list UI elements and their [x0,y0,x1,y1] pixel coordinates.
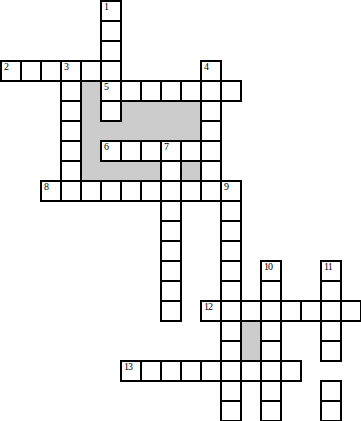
grid-cell-r7-c5[interactable]: 6 [100,140,122,162]
grid-cell-r5-c3[interactable] [60,100,82,122]
grid-cell-r18-c14[interactable] [280,360,302,382]
clue-number-5: 5 [104,82,108,92]
grid-cell-r9-c2[interactable]: 8 [40,180,62,202]
grid-cell-r17-c16[interactable] [320,340,342,362]
grid-cell-r7-c6[interactable] [120,140,142,162]
grid-cell-r7-c8[interactable]: 7 [160,140,182,162]
clue-number-3: 3 [64,62,68,72]
grid-cell-r15-c14[interactable] [280,300,302,322]
grid-cell-r18-c8[interactable] [160,360,182,382]
shaded-filler-cell [160,120,182,142]
grid-cell-r7-c3[interactable] [60,140,82,162]
grid-cell-r9-c6[interactable] [120,180,142,202]
grid-cell-r9-c10[interactable] [200,180,222,202]
grid-cell-r19-c16[interactable] [320,380,342,402]
grid-cell-r13-c8[interactable] [160,260,182,282]
grid-cell-r7-c10[interactable] [200,140,222,162]
shaded-filler-cell [80,80,102,102]
grid-cell-r5-c10[interactable] [200,100,222,122]
clue-number-7: 7 [164,142,168,152]
grid-cell-r15-c13[interactable] [260,300,282,322]
grid-cell-r15-c10[interactable]: 12 [200,300,222,322]
grid-cell-r8-c3[interactable] [60,160,82,182]
grid-cell-r16-c11[interactable] [220,320,242,342]
grid-cell-r4-c10[interactable] [200,80,222,102]
grid-cell-r13-c13[interactable]: 10 [260,260,282,282]
grid-cell-r11-c8[interactable] [160,220,182,242]
grid-cell-r15-c17[interactable] [340,300,361,322]
grid-cell-r9-c9[interactable] [180,180,202,202]
grid-cell-r4-c8[interactable] [160,80,182,102]
grid-cell-r20-c13[interactable] [260,400,282,421]
grid-cell-r8-c8[interactable] [160,160,182,182]
grid-cell-r20-c11[interactable] [220,400,242,421]
grid-cell-r9-c5[interactable] [100,180,122,202]
crossword-board: 12345678910111213 [0,0,361,421]
grid-cell-r6-c10[interactable] [200,120,222,142]
grid-cell-r15-c15[interactable] [300,300,322,322]
grid-cell-r20-c16[interactable] [320,400,342,421]
grid-cell-r4-c7[interactable] [140,80,162,102]
grid-cell-r18-c13[interactable] [260,360,282,382]
shaded-filler-cell [120,100,142,122]
shaded-filler-cell [100,160,122,182]
grid-cell-r18-c10[interactable] [200,360,222,382]
grid-cell-r18-c7[interactable] [140,360,162,382]
shaded-filler-cell [120,160,142,182]
grid-cell-r14-c16[interactable] [320,280,342,302]
clue-number-1: 1 [104,2,108,12]
grid-cell-r8-c10[interactable] [200,160,222,182]
grid-cell-r3-c4[interactable] [80,60,102,82]
shaded-filler-cell [180,120,202,142]
grid-cell-r18-c9[interactable] [180,360,202,382]
grid-cell-r9-c11[interactable]: 9 [220,180,242,202]
grid-cell-r7-c9[interactable] [180,140,202,162]
shaded-filler-cell [180,160,202,182]
grid-cell-r19-c11[interactable] [220,380,242,402]
shaded-filler-cell [180,100,202,122]
clue-number-2: 2 [4,62,8,72]
clue-number-8: 8 [44,182,48,192]
grid-cell-r3-c1[interactable] [20,60,42,82]
grid-cell-r4-c3[interactable] [60,80,82,102]
grid-cell-r14-c13[interactable] [260,280,282,302]
shaded-filler-cell [100,120,122,142]
clue-number-11: 11 [324,262,332,272]
grid-cell-r13-c16[interactable]: 11 [320,260,342,282]
grid-cell-r9-c3[interactable] [60,180,82,202]
grid-cell-r17-c13[interactable] [260,340,282,362]
grid-cell-r14-c11[interactable] [220,280,242,302]
grid-cell-r19-c13[interactable] [260,380,282,402]
grid-cell-r4-c9[interactable] [180,80,202,102]
grid-cell-r0-c5[interactable]: 1 [100,0,122,22]
grid-cell-r9-c4[interactable] [80,180,102,202]
clue-number-6: 6 [104,142,108,152]
grid-cell-r15-c8[interactable] [160,300,182,322]
grid-cell-r4-c6[interactable] [120,80,142,102]
clue-number-12: 12 [204,302,212,312]
grid-cell-r15-c12[interactable] [240,300,262,322]
grid-cell-r12-c8[interactable] [160,240,182,262]
shaded-filler-cell [80,160,102,182]
grid-cell-r18-c11[interactable] [220,360,242,382]
grid-cell-r12-c11[interactable] [220,240,242,262]
grid-cell-r9-c7[interactable] [140,180,162,202]
grid-cell-r5-c5[interactable] [100,100,122,122]
grid-cell-r4-c11[interactable] [220,80,242,102]
grid-cell-r11-c11[interactable] [220,220,242,242]
grid-cell-r3-c10[interactable]: 4 [200,60,222,82]
grid-cell-r2-c5[interactable] [100,40,122,62]
shaded-filler-cell [120,120,142,142]
grid-cell-r15-c16[interactable] [320,300,342,322]
grid-cell-r10-c11[interactable] [220,200,242,222]
shaded-filler-cell [240,340,262,362]
shaded-filler-cell [140,160,162,182]
grid-cell-r6-c3[interactable] [60,120,82,142]
grid-cell-r17-c11[interactable] [220,340,242,362]
shaded-filler-cell [80,120,102,142]
grid-cell-r7-c7[interactable] [140,140,162,162]
grid-cell-r16-c13[interactable] [260,320,282,342]
shaded-filler-cell [160,100,182,122]
grid-cell-r18-c12[interactable] [240,360,262,382]
shaded-filler-cell [80,100,102,122]
grid-cell-r13-c11[interactable] [220,260,242,282]
clue-number-10: 10 [264,262,272,272]
grid-cell-r3-c5[interactable] [100,60,122,82]
grid-cell-r14-c8[interactable] [160,280,182,302]
shaded-filler-cell [140,120,162,142]
clue-number-4: 4 [204,62,208,72]
clue-number-9: 9 [224,182,228,192]
grid-cell-r4-c5[interactable]: 5 [100,80,122,102]
grid-cell-r15-c11[interactable] [220,300,242,322]
clue-number-13: 13 [124,362,132,372]
shaded-filler-cell [240,320,262,342]
shaded-filler-cell [80,140,102,162]
grid-cell-r1-c5[interactable] [100,20,122,42]
shaded-filler-cell [140,100,162,122]
grid-cell-r3-c3[interactable]: 3 [60,60,82,82]
grid-cell-r3-c0[interactable]: 2 [0,60,22,82]
grid-cell-r16-c16[interactable] [320,320,342,342]
grid-cell-r10-c8[interactable] [160,200,182,222]
grid-cell-r3-c2[interactable] [40,60,62,82]
grid-cell-r18-c6[interactable]: 13 [120,360,142,382]
grid-cell-r9-c8[interactable] [160,180,182,202]
